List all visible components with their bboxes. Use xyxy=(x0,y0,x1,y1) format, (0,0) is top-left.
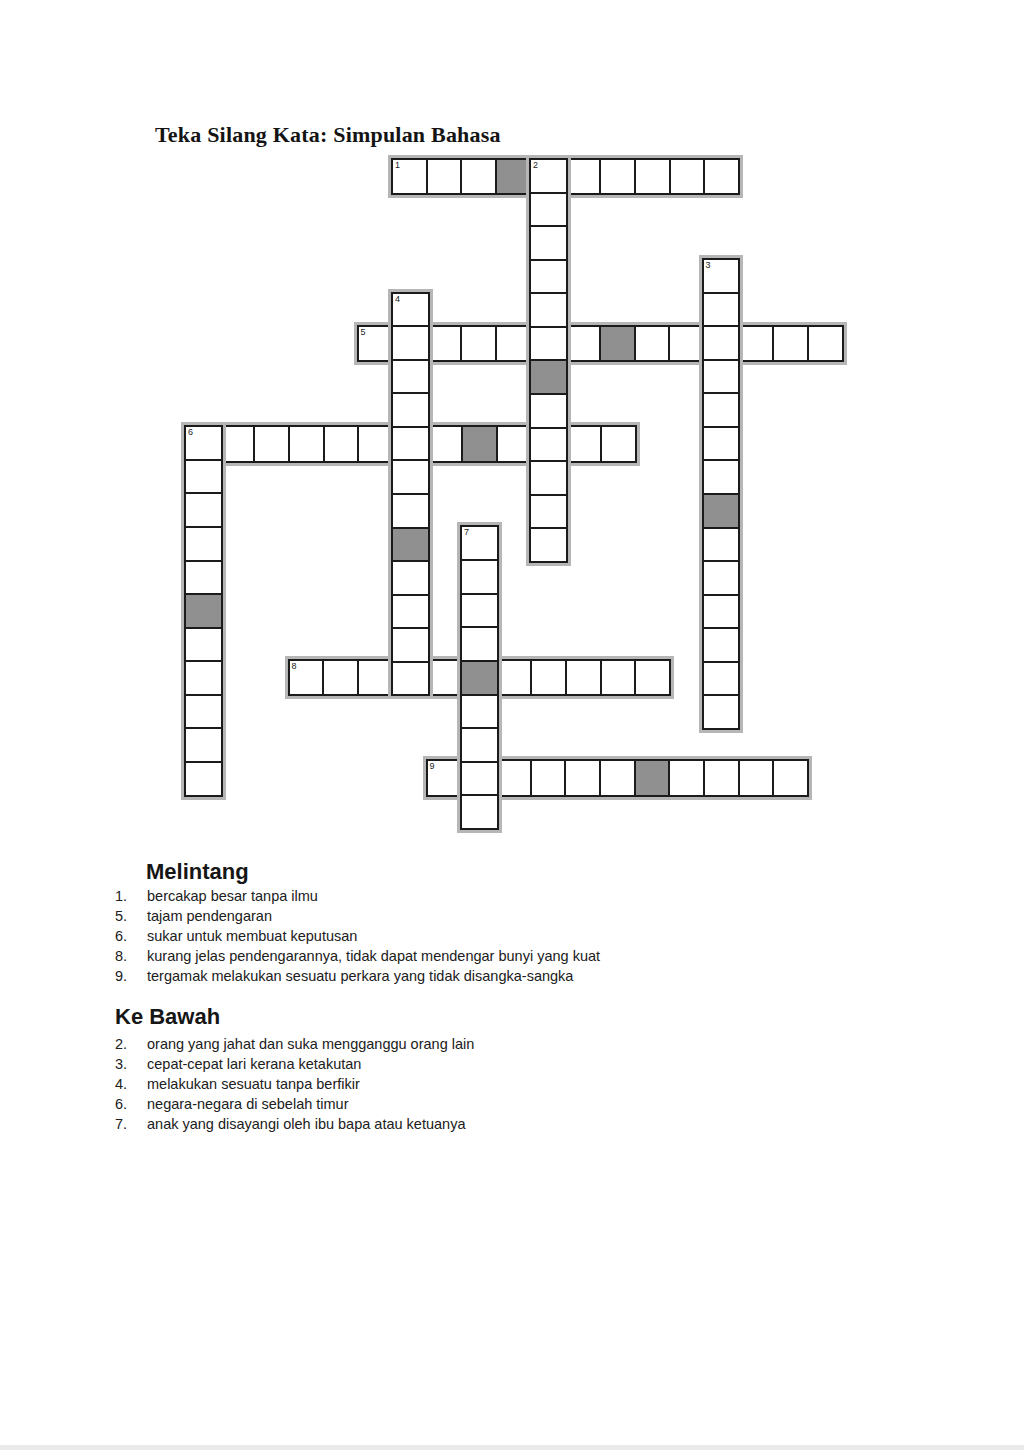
letter-cell xyxy=(288,427,323,460)
letter-cell xyxy=(357,661,392,694)
letter-cell xyxy=(599,761,634,794)
letter-cell xyxy=(462,559,497,593)
letter-cell xyxy=(704,694,739,728)
letter-cell xyxy=(738,327,773,360)
clue-row: 8.kurang jelas pendengarannya, tidak dap… xyxy=(115,946,895,966)
clue-text: orang yang jahat dan suka mengganggu ora… xyxy=(147,1034,895,1054)
letter-cell xyxy=(704,661,739,695)
clue-row: 5.tajam pendengaran xyxy=(115,906,895,926)
clue-number: 9. xyxy=(115,966,147,986)
separator-cell xyxy=(393,527,428,561)
word-strip-7-down: 7 xyxy=(460,525,499,830)
letter-cell xyxy=(393,359,428,393)
letter-cell xyxy=(186,526,221,560)
letter-cell xyxy=(600,661,635,694)
letter-cell xyxy=(186,727,221,761)
clue-text: anak yang disayangi oleh ibu bapa atau k… xyxy=(147,1114,895,1134)
letter-cell xyxy=(634,661,669,694)
letter-cell xyxy=(462,794,497,828)
down-clue-list: 2.orang yang jahat dan suka mengganggu o… xyxy=(115,1034,895,1134)
separator-cell xyxy=(704,493,739,527)
clue-number-label: 6 xyxy=(188,427,193,437)
across-clue-list: 1.bercakap besar tanpa ilmu5.tajam pende… xyxy=(115,886,895,986)
letter-cell: 2 xyxy=(531,160,566,192)
letter-cell xyxy=(393,627,428,661)
letter-cell xyxy=(565,661,600,694)
letter-cell xyxy=(704,359,739,393)
clue-number-label: 1 xyxy=(395,160,400,170)
letter-cell xyxy=(704,459,739,493)
clue-row: 6.negara-negara di sebelah timur xyxy=(115,1094,895,1114)
letter-cell xyxy=(462,694,497,728)
letter-cell xyxy=(186,492,221,526)
crossword-board: 1568923467 xyxy=(184,158,844,833)
clue-number: 8. xyxy=(115,946,147,966)
separator-cell xyxy=(462,660,497,694)
letter-cell xyxy=(253,427,288,460)
letter-cell xyxy=(600,427,635,460)
letter-cell: 3 xyxy=(704,260,739,292)
letter-cell xyxy=(703,761,738,794)
letter-cell xyxy=(393,426,428,460)
letter-cell xyxy=(668,327,703,360)
clue-number: 7. xyxy=(115,1114,147,1134)
letter-cell: 6 xyxy=(186,427,221,459)
letter-cell xyxy=(564,761,599,794)
letter-cell xyxy=(186,694,221,728)
letter-cell xyxy=(531,527,566,561)
letter-cell: 8 xyxy=(290,661,323,694)
puzzle-title: Teka Silang Kata: Simpulan Bahasa xyxy=(155,122,501,148)
letter-cell xyxy=(669,160,704,193)
letter-cell xyxy=(530,761,565,794)
separator-cell xyxy=(634,761,669,794)
clue-text: bercakap besar tanpa ilmu xyxy=(147,886,895,906)
word-strip-5-across: 5 xyxy=(357,325,844,362)
letter-cell xyxy=(323,427,358,460)
letter-cell xyxy=(704,325,739,359)
letter-cell xyxy=(462,593,497,627)
letter-cell xyxy=(393,392,428,426)
letter-cell: 9 xyxy=(428,761,461,794)
letter-cell xyxy=(704,527,739,561)
letter-cell xyxy=(772,761,807,794)
word-strip-2-down: 2 xyxy=(529,158,568,563)
letter-cell xyxy=(772,327,807,360)
letter-cell xyxy=(704,392,739,426)
clue-number-label: 4 xyxy=(395,294,400,304)
letter-cell xyxy=(634,327,669,360)
letter-cell: 7 xyxy=(462,527,497,559)
letter-cell xyxy=(460,160,495,193)
letter-cell xyxy=(186,660,221,694)
separator-cell xyxy=(186,593,221,627)
worksheet-page: Teka Silang Kata: Simpulan Bahasa 156892… xyxy=(0,0,1024,1450)
letter-cell xyxy=(426,661,461,694)
letter-cell xyxy=(530,661,565,694)
letter-cell xyxy=(531,292,566,326)
letter-cell xyxy=(393,493,428,527)
letter-cell xyxy=(565,160,600,193)
clue-number: 3. xyxy=(115,1054,147,1074)
clue-text: kurang jelas pendengarannya, tidak dapat… xyxy=(147,946,895,966)
clue-number: 6. xyxy=(115,926,147,946)
clue-number-label: 3 xyxy=(706,260,711,270)
clue-number-label: 8 xyxy=(292,661,297,671)
clue-row: 9.tergamak melakukan sesuatu perkara yan… xyxy=(115,966,895,986)
letter-cell xyxy=(531,326,566,360)
down-heading: Ke Bawah xyxy=(115,1004,220,1030)
letter-cell xyxy=(704,560,739,594)
letter-cell xyxy=(807,327,842,360)
clue-text: tajam pendengaran xyxy=(147,906,895,926)
separator-cell xyxy=(531,359,566,393)
letter-cell xyxy=(462,761,497,795)
clue-row: 2.orang yang jahat dan suka mengganggu o… xyxy=(115,1034,895,1054)
letter-cell xyxy=(704,426,739,460)
page-bottom-edge xyxy=(0,1445,1024,1450)
clue-number-label: 2 xyxy=(533,160,538,170)
letter-cell xyxy=(186,459,221,493)
letter-cell xyxy=(704,292,739,326)
clue-number: 1. xyxy=(115,886,147,906)
letter-cell: 1 xyxy=(393,160,426,193)
word-strip-6-down: 6 xyxy=(184,425,223,796)
letter-cell xyxy=(704,627,739,661)
separator-cell xyxy=(599,327,634,360)
letter-cell xyxy=(703,160,738,193)
letter-cell xyxy=(393,594,428,628)
clue-text: sukar untuk membuat keputusan xyxy=(147,926,895,946)
letter-cell xyxy=(531,192,566,226)
letter-cell xyxy=(564,327,599,360)
letter-cell xyxy=(738,761,773,794)
letter-cell: 4 xyxy=(393,294,428,326)
letter-cell xyxy=(426,160,461,193)
clue-row: 6.sukar untuk membuat keputusan xyxy=(115,926,895,946)
letter-cell xyxy=(186,627,221,661)
letter-cell xyxy=(565,427,600,460)
letter-cell xyxy=(531,259,566,293)
word-strip-3-down: 3 xyxy=(702,258,741,730)
clue-row: 7.anak yang disayangi oleh ibu bapa atau… xyxy=(115,1114,895,1134)
letter-cell xyxy=(668,761,703,794)
letter-cell xyxy=(531,460,566,494)
letter-cell: 5 xyxy=(359,327,392,360)
letter-cell xyxy=(495,327,530,360)
separator-cell xyxy=(461,427,496,460)
letter-cell xyxy=(186,560,221,594)
letter-cell xyxy=(495,761,530,794)
letter-cell xyxy=(531,494,566,528)
letter-cell xyxy=(322,661,357,694)
clue-number: 4. xyxy=(115,1074,147,1094)
letter-cell xyxy=(357,427,392,460)
letter-cell xyxy=(462,626,497,660)
letter-cell xyxy=(186,761,221,795)
letter-cell xyxy=(393,325,428,359)
letter-cell xyxy=(599,160,634,193)
letter-cell xyxy=(427,427,462,460)
letter-cell xyxy=(460,327,495,360)
clue-text: melakukan sesuatu tanpa berfikir xyxy=(147,1074,895,1094)
letter-cell xyxy=(462,727,497,761)
letter-cell xyxy=(634,160,669,193)
word-strip-4-down: 4 xyxy=(391,292,430,697)
letter-cell xyxy=(531,427,566,461)
letter-cell xyxy=(496,661,531,694)
clue-text: negara-negara di sebelah timur xyxy=(147,1094,895,1114)
across-heading: Melintang xyxy=(146,859,249,885)
clue-row: 3.cepat-cepat lari kerana ketakutan xyxy=(115,1054,895,1074)
letter-cell xyxy=(531,393,566,427)
clue-number-label: 5 xyxy=(361,327,366,337)
clue-text: cepat-cepat lari kerana ketakutan xyxy=(147,1054,895,1074)
clue-number: 5. xyxy=(115,906,147,926)
clue-number: 6. xyxy=(115,1094,147,1114)
separator-cell xyxy=(495,160,530,193)
clue-number-label: 9 xyxy=(430,761,435,771)
clue-text: tergamak melakukan sesuatu perkara yang … xyxy=(147,966,895,986)
letter-cell xyxy=(426,327,461,360)
clue-number: 2. xyxy=(115,1034,147,1054)
clue-row: 1.bercakap besar tanpa ilmu xyxy=(115,886,895,906)
letter-cell xyxy=(531,225,566,259)
clue-row: 4.melakukan sesuatu tanpa berfikir xyxy=(115,1074,895,1094)
letter-cell xyxy=(496,427,531,460)
letter-cell xyxy=(393,661,428,695)
letter-cell xyxy=(393,459,428,493)
letter-cell xyxy=(393,560,428,594)
clue-number-label: 7 xyxy=(464,527,469,537)
letter-cell xyxy=(704,594,739,628)
letter-cell xyxy=(219,427,254,460)
